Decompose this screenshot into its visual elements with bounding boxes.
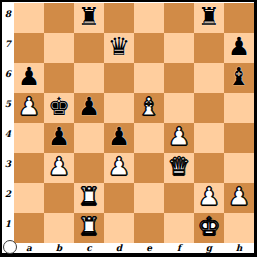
file-label-h: h <box>224 243 254 253</box>
square-a7[interactable] <box>14 33 44 63</box>
file-label-d: d <box>104 243 134 253</box>
square-g8[interactable]: ♜ <box>194 3 224 33</box>
file-label-e: e <box>134 243 164 253</box>
black-queen[interactable]: ♛ <box>108 32 130 62</box>
rank-label-8: 8 <box>2 3 14 33</box>
square-c4[interactable] <box>74 123 104 153</box>
square-b4[interactable]: ♟ <box>44 123 74 153</box>
square-e5[interactable]: ♝ <box>134 93 164 123</box>
square-a6[interactable]: ♟ <box>14 63 44 93</box>
square-c7[interactable] <box>74 33 104 63</box>
rank-label-4: 4 <box>2 123 14 153</box>
square-h8[interactable] <box>224 3 254 33</box>
square-f4[interactable]: ♟ <box>164 123 194 153</box>
square-c2[interactable]: ♜ <box>74 183 104 213</box>
white-pawn[interactable]: ♟ <box>198 182 220 212</box>
square-e4[interactable] <box>134 123 164 153</box>
rank-label-5: 5 <box>2 93 14 123</box>
white-king[interactable]: ♚ <box>198 212 220 242</box>
square-c5[interactable]: ♟ <box>74 93 104 123</box>
square-b3[interactable]: ♟ <box>44 153 74 183</box>
square-h5[interactable] <box>224 93 254 123</box>
square-d3[interactable]: ♟ <box>104 153 134 183</box>
white-to-move-indicator-icon <box>3 240 17 254</box>
square-c1[interactable]: ♜ <box>74 213 104 243</box>
rank-label-1: 1 <box>2 213 14 243</box>
square-f7[interactable] <box>164 33 194 63</box>
square-d2[interactable] <box>104 183 134 213</box>
file-label-b: b <box>44 243 74 253</box>
square-g7[interactable] <box>194 33 224 63</box>
square-g5[interactable] <box>194 93 224 123</box>
square-a4[interactable] <box>14 123 44 153</box>
white-rook[interactable]: ♜ <box>78 182 100 212</box>
square-c3[interactable] <box>74 153 104 183</box>
white-bishop[interactable]: ♝ <box>138 92 160 122</box>
square-a3[interactable] <box>14 153 44 183</box>
square-h2[interactable]: ♟ <box>224 183 254 213</box>
square-d6[interactable] <box>104 63 134 93</box>
chess-board: ♜♜♛♟♟♝♟♚♟♝♟♟♟♟♟♛♜♟♟♜♚ <box>14 3 254 243</box>
file-label-a: a <box>14 243 44 253</box>
square-h7[interactable]: ♟ <box>224 33 254 63</box>
square-a5[interactable]: ♟ <box>14 93 44 123</box>
diagram-margin: ♜♜♛♟♟♝♟♚♟♝♟♟♟♟♟♛♜♟♟♜♚ 87654321 abcdefgh <box>2 2 254 253</box>
square-f3[interactable]: ♛ <box>164 153 194 183</box>
square-h4[interactable] <box>224 123 254 153</box>
square-b7[interactable] <box>44 33 74 63</box>
file-label-c: c <box>74 243 104 253</box>
file-label-g: g <box>194 243 224 253</box>
square-e7[interactable] <box>134 33 164 63</box>
square-g4[interactable] <box>194 123 224 153</box>
square-d5[interactable] <box>104 93 134 123</box>
rank-label-2: 2 <box>2 183 14 213</box>
rank-label-6: 6 <box>2 63 14 93</box>
square-g6[interactable] <box>194 63 224 93</box>
square-d8[interactable] <box>104 3 134 33</box>
square-g1[interactable]: ♚ <box>194 213 224 243</box>
square-d7[interactable]: ♛ <box>104 33 134 63</box>
square-e1[interactable] <box>134 213 164 243</box>
square-g3[interactable] <box>194 153 224 183</box>
square-b1[interactable] <box>44 213 74 243</box>
square-b6[interactable] <box>44 63 74 93</box>
square-f2[interactable] <box>164 183 194 213</box>
white-pawn[interactable]: ♟ <box>168 122 190 152</box>
black-pawn[interactable]: ♟ <box>228 32 250 62</box>
square-e2[interactable] <box>134 183 164 213</box>
square-c6[interactable] <box>74 63 104 93</box>
black-bishop[interactable]: ♝ <box>228 62 250 92</box>
square-f6[interactable] <box>164 63 194 93</box>
black-pawn[interactable]: ♟ <box>48 122 70 152</box>
white-rook[interactable]: ♜ <box>78 212 100 242</box>
square-h3[interactable] <box>224 153 254 183</box>
black-pawn[interactable]: ♟ <box>78 92 100 122</box>
square-d4[interactable]: ♟ <box>104 123 134 153</box>
white-pawn[interactable]: ♟ <box>18 92 40 122</box>
white-pawn[interactable]: ♟ <box>108 152 130 182</box>
square-b8[interactable] <box>44 3 74 33</box>
square-b5[interactable]: ♚ <box>44 93 74 123</box>
square-a8[interactable] <box>14 3 44 33</box>
square-e6[interactable] <box>134 63 164 93</box>
square-d1[interactable] <box>104 213 134 243</box>
square-a2[interactable] <box>14 183 44 213</box>
black-rook[interactable]: ♜ <box>198 2 220 32</box>
rank-label-3: 3 <box>2 153 14 183</box>
square-c8[interactable]: ♜ <box>74 3 104 33</box>
white-pawn[interactable]: ♟ <box>48 152 70 182</box>
square-h1[interactable] <box>224 213 254 243</box>
square-e3[interactable] <box>134 153 164 183</box>
square-g2[interactable]: ♟ <box>194 183 224 213</box>
chess-diagram: ♜♜♛♟♟♝♟♚♟♝♟♟♟♟♟♛♜♟♟♜♚ 87654321 abcdefgh <box>0 0 257 257</box>
square-a1[interactable] <box>14 213 44 243</box>
square-f1[interactable] <box>164 213 194 243</box>
square-f5[interactable] <box>164 93 194 123</box>
black-rook[interactable]: ♜ <box>78 2 100 32</box>
square-f8[interactable] <box>164 3 194 33</box>
square-b2[interactable] <box>44 183 74 213</box>
white-queen[interactable]: ♛ <box>168 152 190 182</box>
square-e8[interactable] <box>134 3 164 33</box>
black-pawn[interactable]: ♟ <box>108 122 130 152</box>
rank-label-7: 7 <box>2 33 14 63</box>
file-label-f: f <box>164 243 194 253</box>
square-h6[interactable]: ♝ <box>224 63 254 93</box>
white-pawn[interactable]: ♟ <box>228 182 250 212</box>
black-king[interactable]: ♚ <box>48 92 70 122</box>
black-pawn[interactable]: ♟ <box>18 62 40 92</box>
